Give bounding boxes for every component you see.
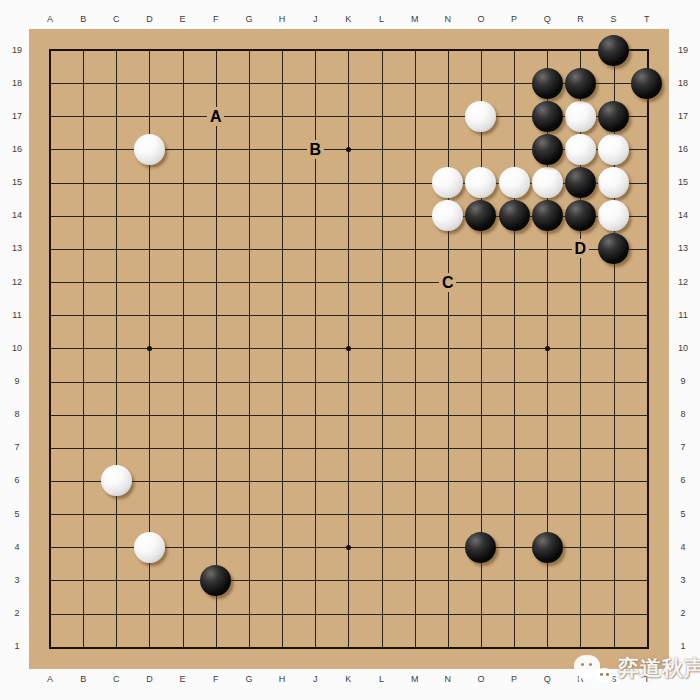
coord-col-bottom-A: A	[39, 674, 61, 685]
coord-row-right-16: 16	[672, 144, 694, 155]
coord-row-left-13: 13	[6, 243, 28, 254]
stone-black-S19	[598, 35, 629, 66]
coord-col-bottom-C: C	[105, 674, 127, 685]
coord-row-left-18: 18	[6, 78, 28, 89]
coord-col-bottom-L: L	[371, 674, 393, 685]
stone-black-R18	[565, 68, 596, 99]
stone-white-S15	[598, 167, 629, 198]
coord-col-bottom-Q: Q	[536, 674, 558, 685]
coord-col-top-F: F	[205, 14, 227, 25]
coord-col-top-P: P	[503, 14, 525, 25]
coord-col-bottom-J: J	[304, 674, 326, 685]
star-point-K16	[346, 147, 351, 152]
coord-col-top-N: N	[437, 14, 459, 25]
coord-row-right-2: 2	[672, 608, 694, 619]
coord-row-left-1: 1	[6, 641, 28, 652]
stone-black-Q4	[532, 532, 563, 563]
coord-col-top-O: O	[470, 14, 492, 25]
stone-white-Q15	[532, 167, 563, 198]
coord-row-right-9: 9	[672, 376, 694, 387]
coord-col-top-Q: Q	[536, 14, 558, 25]
coord-row-left-8: 8	[6, 409, 28, 420]
annotation-D-R13: D	[572, 239, 589, 258]
coord-col-top-J: J	[304, 14, 326, 25]
coord-row-left-5: 5	[6, 509, 28, 520]
coord-col-top-L: L	[371, 14, 393, 25]
coord-row-left-3: 3	[6, 575, 28, 586]
coord-row-left-16: 16	[6, 144, 28, 155]
coord-col-bottom-D: D	[138, 674, 160, 685]
coord-col-top-R: R	[569, 14, 591, 25]
coord-row-right-10: 10	[672, 343, 694, 354]
coord-row-right-13: 13	[672, 243, 694, 254]
coord-row-left-9: 9	[6, 376, 28, 387]
coord-row-left-7: 7	[6, 442, 28, 453]
coord-col-top-D: D	[138, 14, 160, 25]
stone-black-Q16	[532, 134, 563, 165]
coord-row-right-5: 5	[672, 509, 694, 520]
annotation-A-F17: A	[207, 107, 224, 126]
coord-row-right-15: 15	[672, 177, 694, 188]
stone-black-Q14	[532, 200, 563, 231]
star-point-Q10	[545, 346, 550, 351]
stone-black-R15	[565, 167, 596, 198]
coord-row-right-18: 18	[672, 78, 694, 89]
stone-white-D16	[134, 134, 165, 165]
coord-col-bottom-M: M	[404, 674, 426, 685]
coord-col-bottom-N: N	[437, 674, 459, 685]
star-point-D10	[147, 346, 152, 351]
stone-white-R16	[565, 134, 596, 165]
coord-col-bottom-H: H	[271, 674, 293, 685]
stone-white-D4	[134, 532, 165, 563]
coord-row-left-2: 2	[6, 608, 28, 619]
coord-row-left-12: 12	[6, 277, 28, 288]
stone-black-T18	[631, 68, 662, 99]
coord-row-left-10: 10	[6, 343, 28, 354]
stone-black-S17	[598, 101, 629, 132]
annotation-B-J16: B	[307, 140, 324, 159]
go-diagram: AABBCCDDEEFFGGHHJJKKLLMMNNOOPPQQRRSSTT19…	[0, 0, 700, 700]
coord-row-right-14: 14	[672, 210, 694, 221]
stone-white-P15	[499, 167, 530, 198]
coord-row-left-4: 4	[6, 542, 28, 553]
coord-row-right-19: 19	[672, 45, 694, 56]
watermark-text: 弈道秋声	[618, 654, 700, 682]
stone-white-S16	[598, 134, 629, 165]
coord-row-right-3: 3	[672, 575, 694, 586]
coord-col-top-G: G	[238, 14, 260, 25]
star-point-K10	[346, 346, 351, 351]
coord-col-bottom-G: G	[238, 674, 260, 685]
stone-black-Q17	[532, 101, 563, 132]
coord-col-top-K: K	[337, 14, 359, 25]
coord-col-bottom-K: K	[337, 674, 359, 685]
coord-col-bottom-O: O	[470, 674, 492, 685]
coord-row-left-11: 11	[6, 310, 28, 321]
coord-row-right-8: 8	[672, 409, 694, 420]
coord-row-right-4: 4	[672, 542, 694, 553]
stone-white-R17	[565, 101, 596, 132]
coord-col-top-S: S	[603, 14, 625, 25]
coord-row-left-19: 19	[6, 45, 28, 56]
coord-row-right-6: 6	[672, 475, 694, 486]
stone-black-O4	[465, 532, 496, 563]
coord-row-right-17: 17	[672, 111, 694, 122]
coord-col-top-T: T	[636, 14, 658, 25]
stone-black-F3	[200, 565, 231, 596]
coord-col-bottom-B: B	[72, 674, 94, 685]
coord-row-right-12: 12	[672, 277, 694, 288]
stone-black-Q18	[532, 68, 563, 99]
stone-black-P14	[499, 200, 530, 231]
stone-black-R14	[565, 200, 596, 231]
coord-col-top-C: C	[105, 14, 127, 25]
coord-col-top-A: A	[39, 14, 61, 25]
coord-col-top-B: B	[72, 14, 94, 25]
coord-row-right-11: 11	[672, 310, 694, 321]
coord-row-right-7: 7	[672, 442, 694, 453]
coord-row-left-14: 14	[6, 210, 28, 221]
star-point-K4	[346, 545, 351, 550]
coord-col-bottom-P: P	[503, 674, 525, 685]
coord-row-left-17: 17	[6, 111, 28, 122]
coord-col-top-E: E	[172, 14, 194, 25]
annotation-C-N12: C	[439, 273, 456, 292]
coord-col-bottom-F: F	[205, 674, 227, 685]
coord-row-left-6: 6	[6, 475, 28, 486]
coord-col-top-H: H	[271, 14, 293, 25]
coord-row-left-15: 15	[6, 177, 28, 188]
coord-col-top-M: M	[404, 14, 426, 25]
coord-col-bottom-E: E	[172, 674, 194, 685]
watermark: 弈道秋声	[571, 649, 700, 691]
